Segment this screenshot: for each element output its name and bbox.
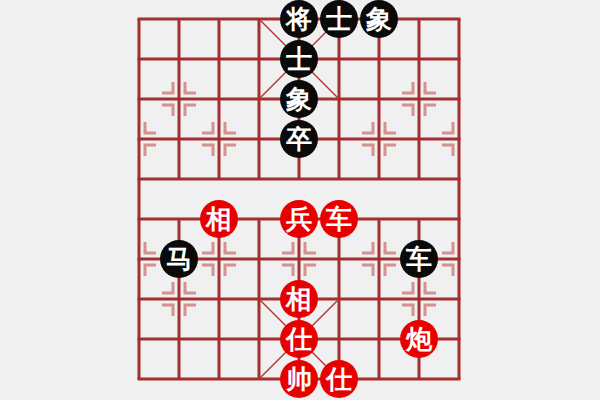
piece-red-soldier[interactable]: 兵 [280,200,318,238]
piece-layer: 将士象士象卒相兵车马车相仕炮帅仕 [119,0,479,399]
piece-red-elephant-2[interactable]: 相 [280,280,318,318]
piece-red-advisor-1[interactable]: 仕 [280,320,318,358]
piece-red-advisor-2[interactable]: 仕 [320,360,358,398]
piece-red-chariot[interactable]: 车 [320,200,358,238]
piece-red-cannon[interactable]: 炮 [400,320,438,358]
piece-black-horse[interactable]: 马 [160,240,198,278]
piece-red-general[interactable]: 帅 [280,360,318,398]
xiangqi-board: 将士象士象卒相兵车马车相仕炮帅仕 [0,0,600,400]
piece-red-elephant-1[interactable]: 相 [200,200,238,238]
piece-black-soldier[interactable]: 卒 [280,120,318,158]
piece-black-chariot[interactable]: 车 [400,240,438,278]
piece-black-advisor-1[interactable]: 士 [320,0,358,38]
piece-black-elephant-1[interactable]: 象 [360,0,398,38]
piece-black-advisor-2[interactable]: 士 [280,40,318,78]
piece-black-general[interactable]: 将 [280,0,318,38]
piece-black-elephant-2[interactable]: 象 [280,80,318,118]
